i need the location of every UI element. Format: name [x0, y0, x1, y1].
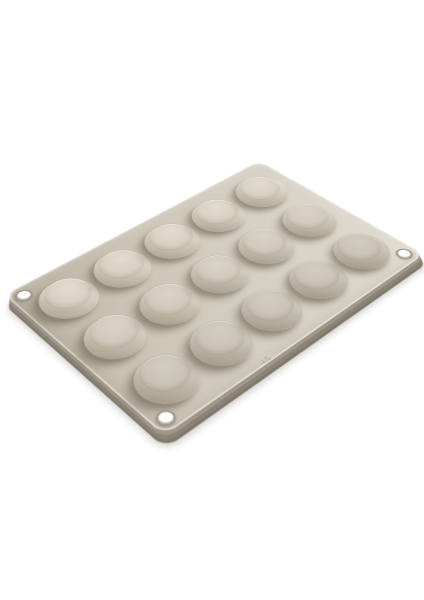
- silicone-mold: 45: [4, 161, 424, 436]
- product-photo: 45: [0, 0, 424, 600]
